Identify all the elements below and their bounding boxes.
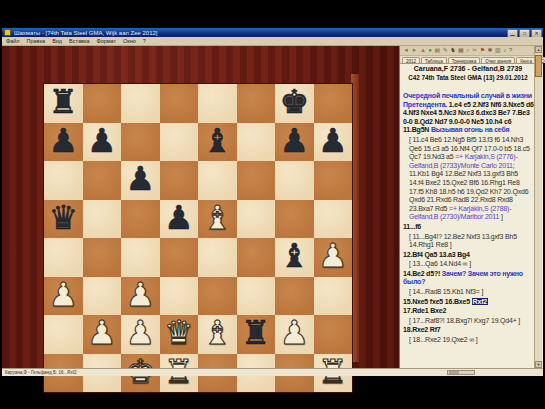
gear-icon[interactable]: ✱ (488, 47, 493, 54)
square-c7[interactable] (121, 123, 160, 162)
square-g2[interactable]: ♟ (275, 315, 314, 354)
square-b4[interactable] (83, 238, 122, 277)
square-e5[interactable]: ♝ (198, 200, 237, 239)
record-icon[interactable]: ● (428, 47, 432, 54)
menu-item-правка[interactable]: Правка (27, 38, 46, 44)
square-e8[interactable] (198, 84, 237, 123)
scroll-up-icon[interactable]: ▲ (535, 46, 542, 53)
media-forward-icon[interactable]: ► (411, 47, 417, 54)
square-e3[interactable] (198, 277, 237, 316)
help-icon[interactable]: ? (509, 47, 512, 54)
mainline-text: 15.Nxe5 fxe5 16.Bxe5 Rxf2 (403, 298, 534, 307)
moves-segment[interactable]: 17.Rde1 Bxe2 (403, 307, 446, 314)
piece-black-pawn[interactable]: ♟ (164, 200, 194, 237)
tab-таблица[interactable]: Таблица (421, 57, 447, 63)
square-e7[interactable]: ♝ (198, 123, 237, 162)
status-bar: Каруана,Ф - Гельфанд,Б: 16...Rxf2 (2, 368, 543, 376)
square-a8[interactable]: ♜ (44, 84, 83, 123)
square-g3[interactable] (275, 277, 314, 316)
board-icon[interactable]: ▦ (458, 47, 464, 54)
square-h2[interactable] (314, 315, 353, 354)
app-icon (4, 29, 11, 36)
square-g8[interactable]: ♚ (275, 84, 314, 123)
square-d4[interactable] (160, 238, 199, 277)
note-icon[interactable]: ♪ (503, 47, 506, 54)
scrollbar-thumb[interactable] (535, 55, 542, 77)
media-up-icon[interactable]: ▲ (420, 47, 426, 54)
clipboard-icon[interactable]: ▤ (434, 47, 440, 54)
piece-white-pawn[interactable]: ♟ (125, 277, 155, 314)
square-g5[interactable] (275, 200, 314, 239)
square-f3[interactable] (237, 277, 276, 316)
piece-black-pawn[interactable]: ♟ (48, 123, 78, 160)
notation-pane: ◄►▲●▤✎♞▦⌕✂⚑✱▥♪? 2012ТаблицаТренировкаОчк… (399, 46, 543, 368)
tab-очкизрения[interactable]: Очки зрения (481, 57, 515, 63)
hscrollbar-thumb[interactable] (449, 371, 459, 374)
square-b6[interactable] (83, 161, 122, 200)
screen: Шахматы - [74th Tata Steel GMA, Wijk aan… (0, 0, 545, 409)
square-c5[interactable] (121, 200, 160, 239)
square-a6[interactable] (44, 161, 83, 200)
scroll-down-icon[interactable]: ▼ (535, 361, 542, 368)
mainline-text: 11...f6 (403, 223, 534, 232)
square-g4[interactable]: ♝ (275, 238, 314, 277)
square-h7[interactable]: ♟ (314, 123, 353, 162)
square-d5[interactable]: ♟ (160, 200, 199, 239)
menu-item-формат[interactable]: Формат (97, 38, 117, 44)
moves-segment[interactable]: 11...f6 (403, 223, 421, 230)
tab-книга[interactable]: Книга (516, 57, 536, 63)
square-g7[interactable]: ♟ (275, 123, 314, 162)
square-d3[interactable] (160, 277, 199, 316)
piece-black-queen[interactable]: ♛ (48, 200, 78, 237)
board-pane: ♜♚♟♟♝♟♟♟♛♟♝♝♟♟♟♟♟♛♝♜♟♚♜♜ (2, 46, 399, 368)
notation-body[interactable]: Очередной печальный случай в жизни Прете… (403, 86, 534, 364)
mainline-text: Очередной печальный случай в жизни Прете… (403, 92, 534, 135)
notation-tabs: 2012ТаблицаТренировкаОчки зренияКнигаОбн… (400, 56, 543, 64)
menu-item-вид[interactable]: Вид (52, 38, 62, 44)
square-e2[interactable]: ♝ (198, 315, 237, 354)
square-c6[interactable]: ♟ (121, 161, 160, 200)
variation-line: [ 13...Qa6 14.Nd4 ∞ ] (409, 260, 534, 269)
piece-black-rook[interactable]: ♜ (241, 315, 271, 352)
variation-segment[interactable]: [ 13...Qa6 14.Nd4 ∞ ] (409, 260, 471, 267)
piece-black-bishop[interactable]: ♝ (279, 238, 309, 275)
chess-app-window: Шахматы - [74th Tata Steel GMA, Wijk aan… (2, 28, 543, 375)
square-f8[interactable] (237, 84, 276, 123)
square-a7[interactable]: ♟ (44, 123, 83, 162)
horizontal-scrollbar[interactable] (447, 370, 475, 375)
players-line: Caruana,F 2736 - Gelfand,B 2739 (402, 65, 534, 74)
variation-line: [ 17...Raf8?! 18.Bxg7! Kxg7 19.Qd4+ ] (409, 317, 534, 326)
book-icon[interactable]: ▥ (495, 47, 501, 54)
pieces-icon[interactable]: ♞ (450, 47, 455, 54)
game-header: Caruana,F 2736 - Gelfand,B 2739 C42 74th… (402, 65, 534, 82)
piece-black-rook[interactable]: ♜ (48, 84, 78, 121)
variation-line: [ 18...Rxe2 19.Qxe2 ∞ ] (409, 336, 534, 345)
square-a5[interactable]: ♛ (44, 200, 83, 239)
chess-board[interactable]: ♜♚♟♟♝♟♟♟♛♟♝♝♟♟♟♟♟♛♝♜♟♚♜♜ (43, 83, 353, 393)
square-h5[interactable] (314, 200, 353, 239)
square-e4[interactable] (198, 238, 237, 277)
square-h3[interactable] (314, 277, 353, 316)
media-back-icon[interactable]: ◄ (403, 47, 409, 54)
square-b5[interactable] (83, 200, 122, 239)
pencil-icon[interactable]: ✎ (443, 47, 448, 54)
piece-black-pawn[interactable]: ♟ (279, 123, 309, 160)
square-f4[interactable] (237, 238, 276, 277)
variation-segment[interactable]: [ 11...Bg4!? 12.Be2 Nxf3 13.gxf3 Bh5 14.… (409, 233, 517, 249)
variation-segment[interactable]: [ 18...Rxe2 19.Qxe2 ∞ ] (409, 336, 477, 343)
piece-white-pawn[interactable]: ♟ (279, 315, 309, 352)
piece-white-queen[interactable]: ♛ (164, 315, 194, 352)
moves-segment[interactable]: 18.Rxe2 Rf7 (403, 326, 441, 333)
square-b8[interactable] (83, 84, 122, 123)
menu-item-вставка[interactable]: Вставка (69, 38, 89, 44)
variation-segment[interactable]: ] (499, 213, 503, 220)
square-a2[interactable] (44, 315, 83, 354)
square-b3[interactable] (83, 277, 122, 316)
variation-line: [ 11.c4 Be6 12.Ng5 Bf5 13.f3 f6 14.Nh3 Q… (409, 136, 534, 222)
square-d2[interactable]: ♛ (160, 315, 199, 354)
letterbox-top (0, 0, 545, 28)
square-d6[interactable] (160, 161, 199, 200)
square-f7[interactable] (237, 123, 276, 162)
moves-segment[interactable]: 15.Nxe5 fxe5 16.Bxe5 (403, 298, 472, 305)
piece-white-pawn[interactable]: ♟ (125, 315, 155, 352)
mainline-text: 14.Be2 d5?! Зачем? Зачем это нужно было? (403, 270, 534, 287)
square-b2[interactable]: ♟ (83, 315, 122, 354)
piece-white-pawn[interactable]: ♟ (87, 315, 117, 352)
square-f2[interactable]: ♜ (237, 315, 276, 354)
flag-icon[interactable]: ⚑ (480, 47, 485, 54)
piece-white-bishop[interactable]: ♝ (202, 315, 232, 352)
square-a3[interactable]: ♟ (44, 277, 83, 316)
square-d8[interactable] (160, 84, 199, 123)
menu-item-[interactable]: ? (143, 38, 146, 44)
status-text: Каруана,Ф - Гельфанд,Б: 16...Rxf2 (2, 370, 76, 375)
variation-line: [ 14...Rad8 15.Kb1 Nf3= ] (409, 288, 534, 297)
square-d7[interactable] (160, 123, 199, 162)
menu-bar: ФайлПравкаВидВставкаФорматОкно? (2, 37, 543, 46)
mainline-text: 12.Bf4 Qa5 13.a3 Bg4 (403, 251, 534, 260)
variation-segment[interactable]: [ 14...Rad8 15.Kb1 Nf3= ] (409, 288, 483, 295)
piece-black-pawn[interactable]: ♟ (125, 161, 155, 198)
window-title: Шахматы - [74th Tata Steel GMA, Wijk aan… (14, 30, 158, 36)
square-f5[interactable] (237, 200, 276, 239)
vertical-scrollbar[interactable]: ▲ ▼ (534, 46, 542, 368)
moves-segment[interactable]: 12.Bf4 Qa5 13.a3 Bg4 (403, 251, 470, 258)
square-c3[interactable]: ♟ (121, 277, 160, 316)
piece-black-bishop[interactable]: ♝ (202, 123, 232, 160)
square-f6[interactable] (237, 161, 276, 200)
square-c2[interactable]: ♟ (121, 315, 160, 354)
square-h4[interactable]: ♟ (314, 238, 353, 277)
moves-segment[interactable]: 14.Be2 d5?! (403, 270, 442, 277)
current-move[interactable]: Rxf2 (472, 298, 488, 305)
piece-black-pawn[interactable]: ♟ (87, 123, 117, 160)
menu-item-окно[interactable]: Окно (123, 38, 136, 44)
variation-line: [ 11...Bg4!? 12.Be2 Nxf3 13.gxf3 Bh5 14.… (409, 233, 534, 250)
square-h6[interactable] (314, 161, 353, 200)
title-bar: Шахматы - [74th Tata Steel GMA, Wijk aan… (2, 28, 543, 37)
square-c8[interactable] (121, 84, 160, 123)
scissors-icon[interactable]: ✂ (472, 47, 477, 54)
square-a4[interactable] (44, 238, 83, 277)
tab-2012[interactable]: 2012 (402, 57, 420, 63)
mainline-text: 17.Rde1 Bxe2 (403, 307, 534, 316)
square-b7[interactable]: ♟ (83, 123, 122, 162)
piece-white-pawn[interactable]: ♟ (48, 277, 78, 314)
event-line: C42 74th Tata Steel GMA (13) 29.01.2012 (402, 74, 534, 82)
square-h8[interactable] (314, 84, 353, 123)
menu-item-файл[interactable]: Файл (6, 38, 20, 44)
piece-white-pawn[interactable]: ♟ (318, 238, 348, 275)
tab-тренировка[interactable]: Тренировка (448, 57, 480, 63)
piece-black-pawn[interactable]: ♟ (318, 123, 348, 160)
piece-white-bishop[interactable]: ♝ (202, 200, 232, 237)
annotation-text: Вызывая огонь на себя (431, 126, 509, 133)
square-g6[interactable] (275, 161, 314, 200)
mainline-text: 18.Rxe2 Rf7 (403, 326, 534, 335)
variation-segment[interactable]: [ 17...Raf8?! 18.Bxg7! Kxg7 19.Qd4+ ] (409, 317, 520, 324)
toolbar: ◄►▲●▤✎♞▦⌕✂⚑✱▥♪? (400, 46, 543, 56)
piece-black-king[interactable]: ♚ (279, 84, 309, 121)
square-c4[interactable] (121, 238, 160, 277)
search-icon[interactable]: ⌕ (466, 47, 469, 54)
square-e6[interactable] (198, 161, 237, 200)
